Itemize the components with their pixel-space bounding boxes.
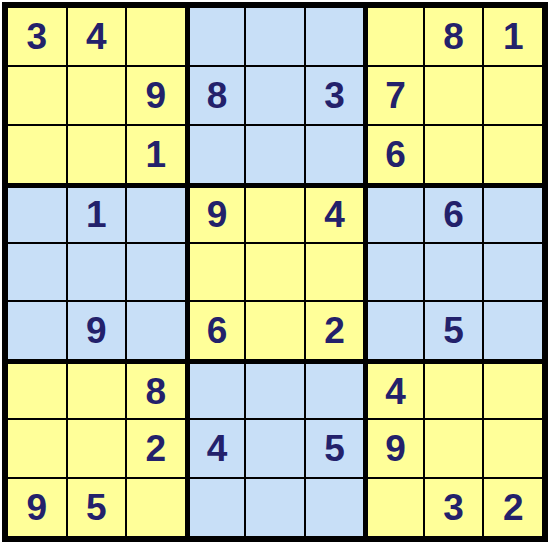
cell-r4c3[interactable]	[127, 185, 185, 242]
cell-r6c2[interactable]: 9	[68, 302, 126, 359]
cell-r6c3[interactable]	[127, 302, 185, 359]
cell-r6c6[interactable]: 2	[306, 302, 364, 359]
cell-r1c4[interactable]	[187, 8, 245, 65]
cell-r2c6[interactable]: 3	[306, 67, 364, 124]
cell-r1c5[interactable]	[246, 8, 304, 65]
cell-r4c1[interactable]	[8, 185, 66, 242]
cell-r8c9[interactable]	[484, 420, 542, 477]
cell-r4c5[interactable]	[246, 185, 304, 242]
cell-r2c7[interactable]: 7	[365, 67, 423, 124]
cell-r7c7[interactable]: 4	[365, 361, 423, 418]
cell-r9c8[interactable]: 3	[425, 479, 483, 536]
cell-r9c4[interactable]	[187, 479, 245, 536]
cell-r6c9[interactable]	[484, 302, 542, 359]
cell-r1c9[interactable]: 1	[484, 8, 542, 65]
cell-r9c1[interactable]: 9	[8, 479, 66, 536]
cell-r5c5[interactable]	[246, 244, 304, 301]
cell-r6c7[interactable]	[365, 302, 423, 359]
cell-r1c8[interactable]: 8	[425, 8, 483, 65]
cell-r6c1[interactable]	[8, 302, 66, 359]
cell-r4c8[interactable]: 6	[425, 185, 483, 242]
cell-r5c8[interactable]	[425, 244, 483, 301]
cell-r7c5[interactable]	[246, 361, 304, 418]
cell-r4c4[interactable]: 9	[187, 185, 245, 242]
cell-r6c8[interactable]: 5	[425, 302, 483, 359]
cell-r2c8[interactable]	[425, 67, 483, 124]
cell-r1c3[interactable]	[127, 8, 185, 65]
cell-r2c3[interactable]: 9	[127, 67, 185, 124]
cell-r3c6[interactable]	[306, 126, 364, 183]
cell-r4c7[interactable]	[365, 185, 423, 242]
cell-r9c6[interactable]	[306, 479, 364, 536]
cell-r4c9[interactable]	[484, 185, 542, 242]
cell-r5c6[interactable]	[306, 244, 364, 301]
cell-r9c9[interactable]: 2	[484, 479, 542, 536]
cell-r2c9[interactable]	[484, 67, 542, 124]
cell-r8c1[interactable]	[8, 420, 66, 477]
cell-r4c2[interactable]: 1	[68, 185, 126, 242]
cell-r8c7[interactable]: 9	[365, 420, 423, 477]
cell-r7c6[interactable]	[306, 361, 364, 418]
cell-r7c2[interactable]	[68, 361, 126, 418]
cell-r9c7[interactable]	[365, 479, 423, 536]
cell-r3c8[interactable]	[425, 126, 483, 183]
cell-r9c5[interactable]	[246, 479, 304, 536]
cell-r3c1[interactable]	[8, 126, 66, 183]
cell-r7c8[interactable]	[425, 361, 483, 418]
cell-r6c5[interactable]	[246, 302, 304, 359]
cell-r7c4[interactable]	[187, 361, 245, 418]
cell-r5c3[interactable]	[127, 244, 185, 301]
cell-r1c6[interactable]	[306, 8, 364, 65]
cell-r3c2[interactable]	[68, 126, 126, 183]
cell-r9c2[interactable]: 5	[68, 479, 126, 536]
cell-r3c7[interactable]: 6	[365, 126, 423, 183]
cell-r4c6[interactable]: 4	[306, 185, 364, 242]
cell-r1c2[interactable]: 4	[68, 8, 126, 65]
cell-r8c8[interactable]	[425, 420, 483, 477]
cell-r3c4[interactable]	[187, 126, 245, 183]
cell-r5c2[interactable]	[68, 244, 126, 301]
cell-r5c4[interactable]	[187, 244, 245, 301]
cell-r1c7[interactable]	[365, 8, 423, 65]
cell-r2c5[interactable]	[246, 67, 304, 124]
cell-r5c1[interactable]	[8, 244, 66, 301]
cell-r6c4[interactable]: 6	[187, 302, 245, 359]
cell-r8c6[interactable]: 5	[306, 420, 364, 477]
cell-r8c4[interactable]: 4	[187, 420, 245, 477]
cell-r3c9[interactable]	[484, 126, 542, 183]
cell-r2c1[interactable]	[8, 67, 66, 124]
cell-r8c3[interactable]: 2	[127, 420, 185, 477]
cell-r2c2[interactable]	[68, 67, 126, 124]
cell-r5c9[interactable]	[484, 244, 542, 301]
cell-r5c7[interactable]	[365, 244, 423, 301]
cell-r1c1[interactable]: 3	[8, 8, 66, 65]
cell-r7c3[interactable]: 8	[127, 361, 185, 418]
cell-r7c1[interactable]	[8, 361, 66, 418]
cell-r8c5[interactable]	[246, 420, 304, 477]
cell-r7c9[interactable]	[484, 361, 542, 418]
cell-r2c4[interactable]: 8	[187, 67, 245, 124]
cell-r9c3[interactable]	[127, 479, 185, 536]
cell-r8c2[interactable]	[68, 420, 126, 477]
sudoku-board: 3481983716194696258424599532	[2, 2, 548, 542]
cell-r3c3[interactable]: 1	[127, 126, 185, 183]
cell-r3c5[interactable]	[246, 126, 304, 183]
